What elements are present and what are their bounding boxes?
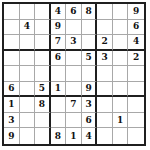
cell-r4c5[interactable] bbox=[66, 51, 82, 67]
cell-r1c6: 8 bbox=[82, 4, 98, 20]
given-digit: 2 bbox=[101, 37, 107, 46]
cell-r4c3[interactable] bbox=[35, 51, 51, 67]
cell-r2c2: 4 bbox=[20, 20, 36, 36]
given-digit: 5 bbox=[39, 84, 45, 93]
given-digit: 9 bbox=[85, 84, 91, 93]
cell-r1c7[interactable] bbox=[97, 4, 113, 20]
cell-r8c6: 6 bbox=[82, 113, 98, 129]
cell-r3c9: 4 bbox=[128, 35, 144, 51]
cell-r8c2[interactable] bbox=[20, 113, 36, 129]
cell-r9c5: 1 bbox=[66, 128, 82, 144]
cell-r2c5[interactable] bbox=[66, 20, 82, 36]
cell-r4c8[interactable] bbox=[113, 51, 129, 67]
cell-r4c6: 5 bbox=[82, 51, 98, 67]
given-digit: 6 bbox=[85, 116, 91, 125]
cell-r8c8: 1 bbox=[113, 113, 129, 129]
cell-r9c9[interactable] bbox=[128, 128, 144, 144]
cell-r6c5[interactable] bbox=[66, 82, 82, 98]
cell-r2c3[interactable] bbox=[35, 20, 51, 36]
given-digit: 1 bbox=[55, 84, 61, 93]
cell-r5c7[interactable] bbox=[97, 66, 113, 82]
cell-r5c4[interactable] bbox=[51, 66, 67, 82]
cell-r8c5[interactable] bbox=[66, 113, 82, 129]
given-digit: 4 bbox=[55, 7, 61, 16]
cell-r1c2[interactable] bbox=[20, 4, 36, 20]
cell-r8c7[interactable] bbox=[97, 113, 113, 129]
given-digit: 3 bbox=[101, 53, 107, 62]
given-digit: 3 bbox=[85, 100, 91, 109]
cell-r6c3: 5 bbox=[35, 82, 51, 98]
given-digit: 8 bbox=[39, 100, 45, 109]
cell-r9c3[interactable] bbox=[35, 128, 51, 144]
cell-r6c1: 6 bbox=[4, 82, 20, 98]
cell-r3c1[interactable] bbox=[4, 35, 20, 51]
cell-r3c7: 2 bbox=[97, 35, 113, 51]
given-digit: 3 bbox=[8, 116, 14, 125]
cell-r4c9: 2 bbox=[128, 51, 144, 67]
cell-r7c1: 1 bbox=[4, 97, 20, 113]
cell-r1c5: 6 bbox=[66, 4, 82, 20]
cell-r9c8[interactable] bbox=[113, 128, 129, 144]
cell-r5c8[interactable] bbox=[113, 66, 129, 82]
cell-r8c3[interactable] bbox=[35, 113, 51, 129]
cell-r7c7[interactable] bbox=[97, 97, 113, 113]
cell-r4c4: 6 bbox=[51, 51, 67, 67]
cell-r2c9: 6 bbox=[128, 20, 144, 36]
given-digit: 6 bbox=[133, 22, 139, 31]
cell-r7c8[interactable] bbox=[113, 97, 129, 113]
given-digit: 8 bbox=[55, 132, 61, 141]
cell-r5c5[interactable] bbox=[66, 66, 82, 82]
cell-r4c2[interactable] bbox=[20, 51, 36, 67]
given-digit: 4 bbox=[133, 37, 139, 46]
cell-r6c2[interactable] bbox=[20, 82, 36, 98]
given-digit: 4 bbox=[85, 132, 91, 141]
cell-r5c3[interactable] bbox=[35, 66, 51, 82]
cell-r7c3: 8 bbox=[35, 97, 51, 113]
cell-r1c9: 9 bbox=[128, 4, 144, 20]
cell-r9c6: 4 bbox=[82, 128, 98, 144]
cell-r3c3[interactable] bbox=[35, 35, 51, 51]
cell-r9c2[interactable] bbox=[20, 128, 36, 144]
cell-r4c1[interactable] bbox=[4, 51, 20, 67]
cell-r6c7[interactable] bbox=[97, 82, 113, 98]
cell-r5c6[interactable] bbox=[82, 66, 98, 82]
cell-r3c6[interactable] bbox=[82, 35, 98, 51]
cell-r3c2[interactable] bbox=[20, 35, 36, 51]
cell-r9c4: 8 bbox=[51, 128, 67, 144]
cell-r8c9[interactable] bbox=[128, 113, 144, 129]
given-digit: 9 bbox=[8, 132, 14, 141]
cell-r3c4: 7 bbox=[51, 35, 67, 51]
cell-r1c4: 4 bbox=[51, 4, 67, 20]
cell-r2c7[interactable] bbox=[97, 20, 113, 36]
given-digit: 1 bbox=[70, 132, 76, 141]
cell-r5c2[interactable] bbox=[20, 66, 36, 82]
sudoku-board: 468949673246532651918733619814 bbox=[2, 2, 146, 146]
given-digit: 2 bbox=[133, 53, 139, 62]
given-digit: 1 bbox=[117, 116, 123, 125]
given-digit: 8 bbox=[85, 7, 91, 16]
cell-r2c1[interactable] bbox=[4, 20, 20, 36]
cell-r7c4[interactable] bbox=[51, 97, 67, 113]
given-digit: 9 bbox=[133, 7, 139, 16]
cell-r2c8[interactable] bbox=[113, 20, 129, 36]
cell-r2c4: 9 bbox=[51, 20, 67, 36]
cell-r3c8[interactable] bbox=[113, 35, 129, 51]
cell-r6c8[interactable] bbox=[113, 82, 129, 98]
cell-r5c1[interactable] bbox=[4, 66, 20, 82]
cell-r8c4[interactable] bbox=[51, 113, 67, 129]
given-digit: 9 bbox=[55, 22, 61, 31]
cell-r6c4: 1 bbox=[51, 82, 67, 98]
cell-r6c6: 9 bbox=[82, 82, 98, 98]
cell-r7c5: 7 bbox=[66, 97, 82, 113]
given-digit: 4 bbox=[24, 22, 30, 31]
given-digit: 6 bbox=[8, 84, 14, 93]
cell-r6c9[interactable] bbox=[128, 82, 144, 98]
cell-r9c7[interactable] bbox=[97, 128, 113, 144]
given-digit: 6 bbox=[70, 7, 76, 16]
cell-r8c1: 3 bbox=[4, 113, 20, 129]
cell-r1c8[interactable] bbox=[113, 4, 129, 20]
cell-r5c9[interactable] bbox=[128, 66, 144, 82]
given-digit: 7 bbox=[70, 100, 76, 109]
given-digit: 3 bbox=[70, 37, 76, 46]
cell-r7c6: 3 bbox=[82, 97, 98, 113]
given-digit: 7 bbox=[55, 37, 61, 46]
cell-r2c6[interactable] bbox=[82, 20, 98, 36]
cell-r1c3[interactable] bbox=[35, 4, 51, 20]
cell-r9c1: 9 bbox=[4, 128, 20, 144]
cell-r7c9[interactable] bbox=[128, 97, 144, 113]
given-digit: 6 bbox=[55, 53, 61, 62]
given-digit: 5 bbox=[85, 53, 91, 62]
cell-r3c5: 3 bbox=[66, 35, 82, 51]
given-digit: 1 bbox=[8, 100, 14, 109]
cell-r1c1[interactable] bbox=[4, 4, 20, 20]
cell-r7c2[interactable] bbox=[20, 97, 36, 113]
cell-r4c7: 3 bbox=[97, 51, 113, 67]
